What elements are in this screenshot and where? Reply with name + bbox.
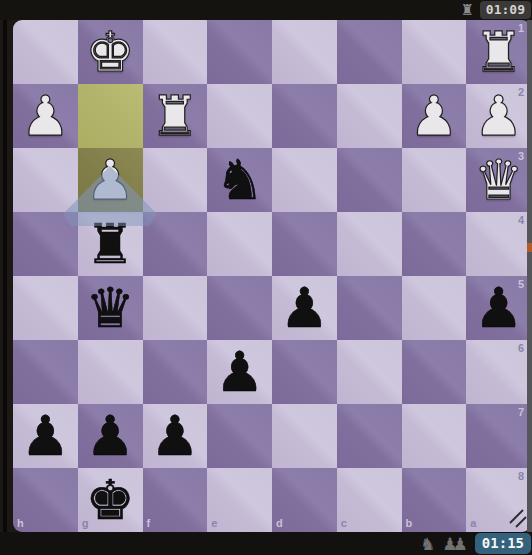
scrollbar[interactable] [527, 20, 532, 532]
square-c6[interactable] [337, 340, 402, 404]
top-player-bar: ♜ 01:09 [0, 0, 532, 20]
piece-bP-a5[interactable]: ♟ [474, 276, 523, 340]
square-h5[interactable] [13, 276, 78, 340]
square-a1[interactable]: ♜ [466, 20, 531, 84]
captured-rook-icon: ♜ [460, 1, 473, 19]
game-screen: ♜ 01:09 ♚♜♟♜♟♟♟♞♛♜♛♟♟♟♟♟♟♚ 12345678hgfed… [0, 0, 532, 555]
square-a2[interactable]: ♟ [466, 84, 531, 148]
square-b3[interactable] [402, 148, 467, 212]
square-h4[interactable] [13, 212, 78, 276]
piece-bN-e3[interactable]: ♞ [215, 148, 264, 212]
square-f1[interactable] [143, 20, 208, 84]
piece-wR-f2[interactable]: ♜ [150, 84, 199, 148]
square-c7[interactable] [337, 404, 402, 468]
square-c2[interactable] [337, 84, 402, 148]
bottom-player-clock: 01:15 [475, 533, 531, 554]
scrollbar-marker [527, 243, 532, 252]
piece-wP-b2[interactable]: ♟ [409, 84, 458, 148]
square-d1[interactable] [272, 20, 337, 84]
square-c4[interactable] [337, 212, 402, 276]
square-d5[interactable]: ♟ [272, 276, 337, 340]
square-b2[interactable]: ♟ [402, 84, 467, 148]
square-h8[interactable] [13, 468, 78, 532]
square-b5[interactable] [402, 276, 467, 340]
bottom-player-bar: ♞ ♟♟ 01:15 [0, 532, 532, 555]
square-b7[interactable] [402, 404, 467, 468]
piece-bP-h7[interactable]: ♟ [21, 404, 70, 468]
piece-wP-a2[interactable]: ♟ [474, 84, 523, 148]
square-a5[interactable]: ♟ [466, 276, 531, 340]
square-b6[interactable] [402, 340, 467, 404]
square-g6[interactable] [78, 340, 143, 404]
square-d7[interactable] [272, 404, 337, 468]
square-d6[interactable] [272, 340, 337, 404]
square-c5[interactable] [337, 276, 402, 340]
square-a6[interactable] [466, 340, 531, 404]
square-g4[interactable]: ♜ [78, 212, 143, 276]
piece-bP-e6[interactable]: ♟ [215, 340, 264, 404]
square-c1[interactable] [337, 20, 402, 84]
square-a7[interactable] [466, 404, 531, 468]
square-e1[interactable] [207, 20, 272, 84]
piece-bK-g8[interactable]: ♚ [85, 468, 134, 532]
captured-knight-icon: ♞ [420, 534, 435, 554]
square-a4[interactable] [466, 212, 531, 276]
square-f2[interactable]: ♜ [143, 84, 208, 148]
square-e8[interactable] [207, 468, 272, 532]
top-player-clock: 01:09 [480, 1, 531, 19]
square-h6[interactable] [13, 340, 78, 404]
square-b1[interactable] [402, 20, 467, 84]
left-edge-groove [3, 0, 7, 555]
square-g8[interactable]: ♚ [78, 468, 143, 532]
piece-bQ-g5[interactable]: ♛ [85, 276, 134, 340]
square-e6[interactable]: ♟ [207, 340, 272, 404]
square-e5[interactable] [207, 276, 272, 340]
square-g2[interactable] [78, 84, 143, 148]
square-c3[interactable] [337, 148, 402, 212]
square-d2[interactable] [272, 84, 337, 148]
piece-wP-h2[interactable]: ♟ [21, 84, 70, 148]
square-f5[interactable] [143, 276, 208, 340]
square-f3[interactable] [143, 148, 208, 212]
square-g1[interactable]: ♚ [78, 20, 143, 84]
piece-bR-g4[interactable]: ♜ [85, 212, 134, 276]
piece-wR-a1[interactable]: ♜ [474, 20, 523, 84]
square-e2[interactable] [207, 84, 272, 148]
square-b8[interactable] [402, 468, 467, 532]
square-d4[interactable] [272, 212, 337, 276]
square-h1[interactable] [13, 20, 78, 84]
piece-wK-g1[interactable]: ♚ [85, 20, 134, 84]
piece-bP-g7[interactable]: ♟ [85, 404, 134, 468]
square-e4[interactable] [207, 212, 272, 276]
square-g3[interactable]: ♟ [78, 148, 143, 212]
square-h3[interactable] [13, 148, 78, 212]
piece-wP-g3[interactable]: ♟ [85, 148, 134, 212]
square-g7[interactable]: ♟ [78, 404, 143, 468]
square-c8[interactable] [337, 468, 402, 532]
captured-pawns-icon: ♟♟ [442, 534, 462, 554]
square-b4[interactable] [402, 212, 467, 276]
piece-bP-f7[interactable]: ♟ [150, 404, 199, 468]
square-f8[interactable] [143, 468, 208, 532]
square-h2[interactable]: ♟ [13, 84, 78, 148]
square-e3[interactable]: ♞ [207, 148, 272, 212]
square-d3[interactable] [272, 148, 337, 212]
square-g5[interactable]: ♛ [78, 276, 143, 340]
square-e7[interactable] [207, 404, 272, 468]
square-a3[interactable]: ♛ [466, 148, 531, 212]
piece-wQ-a3[interactable]: ♛ [474, 148, 523, 212]
board-resize-handle[interactable] [508, 506, 528, 528]
square-f6[interactable] [143, 340, 208, 404]
board[interactable]: ♚♜♟♜♟♟♟♞♛♜♛♟♟♟♟♟♟♚ [13, 20, 531, 532]
square-f7[interactable]: ♟ [143, 404, 208, 468]
piece-bP-d5[interactable]: ♟ [280, 276, 329, 340]
square-d8[interactable] [272, 468, 337, 532]
square-h7[interactable]: ♟ [13, 404, 78, 468]
square-f4[interactable] [143, 212, 208, 276]
